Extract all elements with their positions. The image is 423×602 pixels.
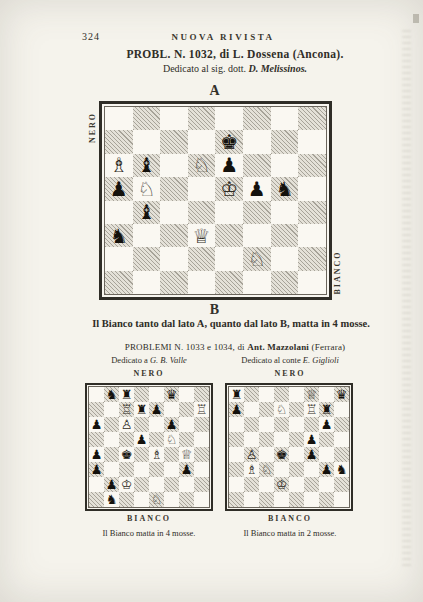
p1033-square-f5: ♘ (164, 432, 179, 447)
black-rook-g7: ♜ (321, 403, 333, 416)
p1033-square-c8: ♜ (119, 387, 134, 402)
p1033-square-h8 (194, 387, 209, 402)
p1034-square-f5: ♟ (304, 432, 319, 447)
p1034-square-h2 (334, 477, 349, 492)
p1032-square-h3 (298, 224, 326, 247)
problem-1032-heading: PROBL. N. 1032, di L. Dossena (Ancona). (20, 48, 423, 60)
p1032-square-b1 (133, 271, 161, 294)
p1032-square-c3 (160, 224, 188, 247)
p1034-square-f8: ♕ (304, 387, 319, 402)
p1032-square-c8 (160, 107, 188, 130)
p1033-square-d2 (134, 477, 149, 492)
black-pawn-e6: ♟ (220, 155, 238, 175)
p1032-square-b7 (133, 130, 161, 153)
p1033-square-b6 (104, 417, 119, 432)
p1032-square-g3 (271, 224, 299, 247)
big-board-bianco-side-label: BIANCO (333, 247, 344, 299)
black-pawn-g3: ♟ (181, 463, 193, 476)
p1033-square-e6 (149, 417, 164, 432)
white-king-d2: ♔ (276, 478, 288, 491)
white-queen-d3: ♕ (193, 226, 211, 246)
white-rook-c7: ♖ (121, 403, 133, 416)
p1032-square-h2 (298, 247, 326, 270)
p1034-square-c3: ♘ (259, 462, 274, 477)
black-bishop-b4: ♝ (137, 202, 155, 222)
problems-heading-suffix: (Ferrara) (309, 342, 345, 352)
p1033-square-g8 (179, 387, 194, 402)
p1033-square-d3 (134, 462, 149, 477)
p1034-square-h7 (334, 402, 349, 417)
p1034-square-g1 (319, 492, 334, 507)
black-pawn-a4: ♟ (91, 448, 103, 461)
black-pawn-f4: ♟ (306, 448, 318, 461)
p1033-square-f2 (164, 477, 179, 492)
p1034-square-c8 (259, 387, 274, 402)
p1033-square-d1 (134, 492, 149, 507)
p1032-square-a1 (105, 271, 133, 294)
white-knight-f2: ♘ (248, 249, 266, 269)
p1033-square-h7: ♖ (194, 402, 209, 417)
p1032-square-c4 (160, 201, 188, 224)
p1033-square-b3 (104, 462, 119, 477)
p1032-square-e7: ♚ (215, 130, 243, 153)
p1034-square-d1 (274, 492, 289, 507)
p1034-square-a2 (229, 477, 244, 492)
p1033-square-b8: ♞ (104, 387, 119, 402)
p1032-square-d5 (188, 177, 216, 200)
white-queen-f8: ♕ (306, 388, 318, 401)
black-pawn-b2: ♟ (106, 478, 118, 491)
dedication-1034-name: E. Giglioli (303, 355, 339, 365)
problem-1032-heading-suffix: (Ancona). (289, 48, 343, 60)
p1032-square-e4 (215, 201, 243, 224)
p1032-square-f1 (243, 271, 271, 294)
journal-title: NUOVA RIVISTA (0, 32, 423, 42)
big-board-nero-side-label: NERO (88, 108, 99, 148)
p1034-square-e6 (289, 417, 304, 432)
p1034-square-f3 (304, 462, 319, 477)
p1034-square-h6 (334, 417, 349, 432)
black-knight-h3: ♞ (336, 463, 348, 476)
black-king-c4: ♚ (121, 448, 133, 461)
white-knight-d6: ♘ (193, 155, 211, 175)
dedication-prefix: Dedicato al sig. dott. (163, 63, 249, 74)
scanned-magazine-page: 324 NUOVA RIVISTA PROBL. N. 1032, di L. … (0, 0, 423, 602)
white-rook-f7: ♖ (306, 403, 318, 416)
p1032-square-f6 (243, 154, 271, 177)
p1033-square-g4: ♕ (179, 447, 194, 462)
p1032-square-a4 (105, 201, 133, 224)
black-rook-d7: ♜ (136, 403, 148, 416)
p1032-square-d4 (188, 201, 216, 224)
p1034-square-f7: ♖ (304, 402, 319, 417)
p1032-square-e5: ♔ (215, 177, 243, 200)
p1033-square-e3 (149, 462, 164, 477)
p1034-square-c5 (259, 432, 274, 447)
p1033-square-a4: ♟ (89, 447, 104, 462)
p1032-square-e3 (215, 224, 243, 247)
p1034-square-h1 (334, 492, 349, 507)
p1033-square-a5 (89, 432, 104, 447)
p1034-square-a8: ♜ (229, 387, 244, 402)
p1032-square-c5 (160, 177, 188, 200)
p1034-square-g8 (319, 387, 334, 402)
p1032-square-a3: ♞ (105, 224, 133, 247)
p1032-square-b2 (133, 247, 161, 270)
p1034-square-d8 (274, 387, 289, 402)
p1033-square-c2: ♔ (119, 477, 134, 492)
p1034-square-b1 (244, 492, 259, 507)
p1032-square-f8 (243, 107, 271, 130)
white-queen-g4: ♕ (181, 448, 193, 461)
p1032-square-g6 (271, 154, 299, 177)
stipulation-text: , matta in 4 mosse. (287, 318, 370, 329)
p1034-square-h5 (334, 432, 349, 447)
black-pawn-f5: ♟ (306, 433, 318, 446)
p1034-square-h4 (334, 447, 349, 462)
black-queen-h8: ♛ (336, 388, 348, 401)
p1032-square-f7 (243, 130, 271, 153)
p1033-square-b2: ♟ (104, 477, 119, 492)
p1033-square-h3 (194, 462, 209, 477)
p1033-square-a6: ♟ (89, 417, 104, 432)
p1033-square-c1 (119, 492, 134, 507)
p1033-square-e5 (149, 432, 164, 447)
p1032-square-a2 (105, 247, 133, 270)
p1034-square-e2 (289, 477, 304, 492)
p1034-square-h3: ♞ (334, 462, 349, 477)
p1032-square-e6: ♟ (215, 154, 243, 177)
p1034-square-a6 (229, 417, 244, 432)
white-pawn-c6: ♙ (121, 418, 133, 431)
p1032-square-a5: ♟ (105, 177, 133, 200)
p1033-square-f3 (164, 462, 179, 477)
p1032-square-e1 (215, 271, 243, 294)
white-knight-e1: ♘ (151, 493, 163, 506)
p1034-square-e3 (289, 462, 304, 477)
p1032-square-g4 (271, 201, 299, 224)
p1032-square-h8 (298, 107, 326, 130)
white-bishop-a6: ♗ (110, 155, 128, 175)
p1033-square-e7: ♟ (149, 402, 164, 417)
p1034-square-b4: ♙ (244, 447, 259, 462)
right-board-bianco-label: BIANCO (199, 514, 381, 523)
p1034-square-f6 (304, 417, 319, 432)
p1034-square-f4: ♟ (304, 447, 319, 462)
p1033-square-e4: ♗ (149, 447, 164, 462)
p1033-square-a7 (89, 402, 104, 417)
problems-1033-1034-heading: PROBLEMI N. 1033 e 1034, di Ant. Mazzola… (20, 342, 423, 352)
p1032-square-h6 (298, 154, 326, 177)
p1033-square-f8: ♛ (164, 387, 179, 402)
p1034-square-d6 (274, 417, 289, 432)
p1032-square-d7 (188, 130, 216, 153)
p1032-square-g1 (271, 271, 299, 294)
black-pawn-a6: ♟ (91, 418, 103, 431)
p1032-square-a7 (105, 130, 133, 153)
stipulation-text: , quanto dal lato (204, 318, 280, 329)
p1033-square-h4 (194, 447, 209, 462)
p1032-square-d8 (188, 107, 216, 130)
problems-heading-prefix: PROBLEMI N. 1033 e 1034, di (125, 342, 248, 352)
p1033-square-h1 (194, 492, 209, 507)
p1034-square-b3: ♗ (244, 462, 259, 477)
p1033-square-a3: ♟ (89, 462, 104, 477)
p1034-square-e1 (289, 492, 304, 507)
p1033-square-g7 (179, 402, 194, 417)
board-problem-1033: ♞♜♛♖♜♟♖♟♙♟♟♘♟♚♗♕♟♟♟♔♞♘ (88, 386, 210, 508)
p1032-square-b3 (133, 224, 161, 247)
black-pawn-f6: ♟ (166, 418, 178, 431)
board-frame-problem-1032: ♚♗♝♘♟♟♘♔♟♞♝♞♕♘ (99, 101, 332, 300)
p1033-square-f6: ♟ (164, 417, 179, 432)
p1034-square-f1 (304, 492, 319, 507)
p1034-square-g3: ♟ (319, 462, 334, 477)
p1033-square-a1 (89, 492, 104, 507)
black-pawn-a5: ♟ (110, 179, 128, 199)
board-frame-problem-1033: ♞♜♛♖♜♟♖♟♙♟♟♘♟♚♗♕♟♟♟♔♞♘ (85, 383, 213, 511)
p1032-square-c6 (160, 154, 188, 177)
p1034-square-b6 (244, 417, 259, 432)
dedication-1033-name: G. B. Valle (150, 355, 187, 365)
p1034-square-e8 (289, 387, 304, 402)
p1032-square-b4: ♝ (133, 201, 161, 224)
p1034-square-g2 (319, 477, 334, 492)
p1033-square-c7: ♖ (119, 402, 134, 417)
p1033-square-b1: ♞ (104, 492, 119, 507)
p1032-square-h7 (298, 130, 326, 153)
p1034-square-a7: ♟ (229, 402, 244, 417)
p1034-square-c7 (259, 402, 274, 417)
p1032-square-h4 (298, 201, 326, 224)
p1034-square-c1 (259, 492, 274, 507)
p1032-square-c1 (160, 271, 188, 294)
black-pawn-a3: ♟ (91, 463, 103, 476)
p1032-square-a8 (105, 107, 133, 130)
p1033-square-c3 (119, 462, 134, 477)
white-rook-h7: ♖ (196, 403, 208, 416)
p1032-square-f5: ♟ (243, 177, 271, 200)
board-frame-problem-1034: ♜♕♛♟♘♖♜♟♟♙♚♟♗♘♟♞♔ (225, 383, 353, 511)
right-board-nero-label: NERO (199, 369, 381, 378)
p1032-square-f3 (243, 224, 271, 247)
p1034-square-d2: ♔ (274, 477, 289, 492)
white-king-c2: ♔ (121, 478, 133, 491)
p1032-square-b5: ♘ (133, 177, 161, 200)
black-bishop-b6: ♝ (137, 155, 155, 175)
white-king-e5: ♔ (220, 179, 238, 199)
board-problem-1034: ♜♕♛♟♘♖♜♟♟♙♚♟♗♘♟♞♔ (228, 386, 350, 508)
black-pawn-g6: ♟ (321, 418, 333, 431)
black-pawn-f5: ♟ (248, 179, 266, 199)
black-pawn-d5: ♟ (136, 433, 148, 446)
p1034-square-a5 (229, 432, 244, 447)
stipulation-b: B (280, 318, 287, 329)
board-problem-1032: ♚♗♝♘♟♟♘♔♟♞♝♞♕♘ (104, 106, 327, 295)
p1034-square-b5 (244, 432, 259, 447)
black-pawn-e7: ♟ (151, 403, 163, 416)
side-a-label: A (99, 83, 332, 99)
p1033-square-a2 (89, 477, 104, 492)
stipulation-text: Il Bianco tanto dal lato (92, 318, 197, 329)
black-knight-g5: ♞ (275, 179, 293, 199)
p1032-square-f4 (243, 201, 271, 224)
p1034-square-c4 (259, 447, 274, 462)
black-knight-a3: ♞ (110, 226, 128, 246)
problems-author: Ant. Mazzolani (247, 342, 309, 352)
p1033-square-c5 (119, 432, 134, 447)
scan-bleed-artifact (402, 30, 411, 570)
black-queen-f8: ♛ (166, 388, 178, 401)
white-knight-b5: ♘ (137, 179, 155, 199)
p1034-square-c6 (259, 417, 274, 432)
scan-artifact (413, 14, 419, 23)
p1032-square-d2 (188, 247, 216, 270)
p1034-square-e7 (289, 402, 304, 417)
p1033-square-h2 (194, 477, 209, 492)
p1033-square-e8 (149, 387, 164, 402)
p1034-square-d4: ♚ (274, 447, 289, 462)
p1032-square-a6: ♗ (105, 154, 133, 177)
black-king-d4: ♚ (276, 448, 288, 461)
p1034-square-f2 (304, 477, 319, 492)
p1033-square-f4 (164, 447, 179, 462)
p1034-square-e5 (289, 432, 304, 447)
p1032-square-g5: ♞ (271, 177, 299, 200)
p1033-square-g1 (179, 492, 194, 507)
p1034-square-b2 (244, 477, 259, 492)
p1032-square-f2: ♘ (243, 247, 271, 270)
p1034-square-d7: ♘ (274, 402, 289, 417)
p1034-square-g6: ♟ (319, 417, 334, 432)
p1033-square-d4 (134, 447, 149, 462)
p1034-square-a1 (229, 492, 244, 507)
p1033-square-h5 (194, 432, 209, 447)
p1034-square-c2 (259, 477, 274, 492)
problem-1032-dedication: Dedicato al sig. dott. D. Melissinos. (20, 63, 423, 74)
caption-problem-1034: Il Bianco matta in 2 mosse. (199, 528, 381, 538)
p1034-square-h8: ♛ (334, 387, 349, 402)
p1033-square-g6 (179, 417, 194, 432)
white-knight-c3: ♘ (261, 463, 273, 476)
black-knight-b1: ♞ (106, 493, 118, 506)
dedication-1034: Dedicato al conte E. Giglioli (199, 355, 381, 365)
p1033-square-h6 (194, 417, 209, 432)
p1032-square-g8 (271, 107, 299, 130)
problem-1032-heading-prefix: PROBL. N. 1032, di (126, 48, 232, 60)
white-knight-f5: ♘ (166, 433, 178, 446)
p1033-square-b5 (104, 432, 119, 447)
p1032-square-d1 (188, 271, 216, 294)
dedication-1033-prefix: Dedicato a (111, 355, 150, 365)
black-pawn-a7: ♟ (231, 403, 243, 416)
p1032-square-g2 (271, 247, 299, 270)
p1034-square-b7 (244, 402, 259, 417)
p1032-square-d6: ♘ (188, 154, 216, 177)
p1033-square-g5 (179, 432, 194, 447)
side-b-label: B (99, 302, 332, 318)
p1033-square-e1: ♘ (149, 492, 164, 507)
p1032-square-b6: ♝ (133, 154, 161, 177)
p1033-square-d8 (134, 387, 149, 402)
p1033-square-c4: ♚ (119, 447, 134, 462)
black-pawn-g3: ♟ (321, 463, 333, 476)
p1033-square-g3: ♟ (179, 462, 194, 477)
dedication-name: D. Melissinos. (248, 63, 307, 74)
p1032-square-c7 (160, 130, 188, 153)
p1034-square-a3 (229, 462, 244, 477)
p1033-square-e2 (149, 477, 164, 492)
p1032-square-d3: ♕ (188, 224, 216, 247)
p1033-square-d5: ♟ (134, 432, 149, 447)
p1032-square-e2 (215, 247, 243, 270)
p1034-square-g5 (319, 432, 334, 447)
problem-1032-author: L. Dossena (233, 48, 290, 60)
p1034-square-b8 (244, 387, 259, 402)
white-pawn-b4: ♙ (246, 448, 258, 461)
p1033-square-g2 (179, 477, 194, 492)
p1032-square-h1 (298, 271, 326, 294)
p1033-square-d6 (134, 417, 149, 432)
dedication-1034-prefix: Dedicato al conte (241, 355, 303, 365)
p1033-square-d7: ♜ (134, 402, 149, 417)
p1033-square-a8 (89, 387, 104, 402)
black-rook-a8: ♜ (231, 388, 243, 401)
p1034-square-e4 (289, 447, 304, 462)
p1032-square-h5 (298, 177, 326, 200)
p1034-square-d3 (274, 462, 289, 477)
p1033-square-f1 (164, 492, 179, 507)
p1034-square-d5 (274, 432, 289, 447)
p1032-square-g7 (271, 130, 299, 153)
white-bishop-e4: ♗ (151, 448, 163, 461)
p1033-square-c6: ♙ (119, 417, 134, 432)
white-knight-d7: ♘ (276, 403, 288, 416)
p1034-square-g4 (319, 447, 334, 462)
p1033-square-b7 (104, 402, 119, 417)
p1033-square-b4 (104, 447, 119, 462)
p1033-square-f7 (164, 402, 179, 417)
white-bishop-b3: ♗ (246, 463, 258, 476)
p1034-square-a4 (229, 447, 244, 462)
problem-1032-stipulation: Il Bianco tanto dal lato A, quanto dal l… (16, 318, 423, 329)
p1032-square-b8 (133, 107, 161, 130)
black-rook-c8: ♜ (121, 388, 133, 401)
p1032-square-e8 (215, 107, 243, 130)
p1034-square-g7: ♜ (319, 402, 334, 417)
black-knight-b8: ♞ (106, 388, 118, 401)
p1032-square-c2 (160, 247, 188, 270)
black-king-e7: ♚ (220, 132, 238, 152)
